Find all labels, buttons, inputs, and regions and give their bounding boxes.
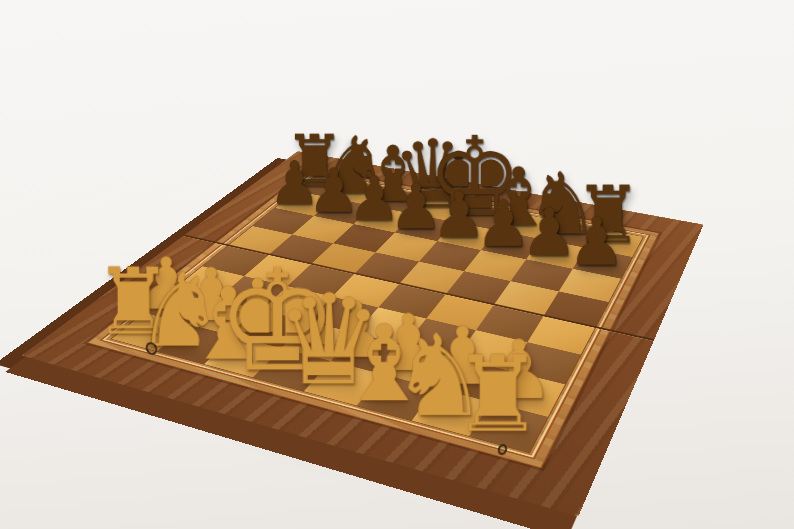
product-photo-scene: ♜♞♝♛♚♝♞♜♟♟♟♟♟♟♟♟♟♟♟♟♟♟♟♟♜♞♝♚♛♝♞♜ <box>0 0 794 529</box>
folding-chess-board: ♜♞♝♛♚♝♞♜♟♟♟♟♟♟♟♟♟♟♟♟♟♟♟♟♜♞♝♚♛♝♞♜ <box>22 151 704 516</box>
white-rook-glyph: ♜ <box>452 352 544 443</box>
board-wrap: ♜♞♝♛♚♝♞♜♟♟♟♟♟♟♟♟♟♟♟♟♟♟♟♟♜♞♝♚♛♝♞♜ <box>0 0 794 529</box>
